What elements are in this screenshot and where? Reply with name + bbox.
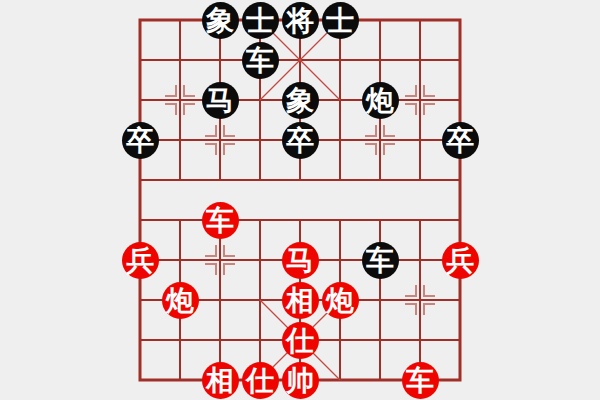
- intersection-2-6[interactable]: [200, 240, 240, 280]
- piece-black-soldier[interactable]: 卒: [442, 122, 479, 159]
- intersection-7-8[interactable]: [400, 320, 440, 360]
- intersection-6-1[interactable]: [360, 40, 400, 80]
- piece-red-horse[interactable]: 马: [282, 242, 319, 279]
- intersection-1-3[interactable]: [160, 120, 200, 160]
- intersection-5-6[interactable]: [320, 240, 360, 280]
- intersection-6-9[interactable]: [360, 360, 400, 400]
- intersection-3-7[interactable]: [240, 280, 280, 320]
- piece-black-general[interactable]: 将: [282, 2, 319, 39]
- intersection-7-6[interactable]: [400, 240, 440, 280]
- intersection-4-4[interactable]: [280, 160, 320, 200]
- piece-red-soldier[interactable]: 兵: [122, 242, 159, 279]
- intersection-1-5[interactable]: [160, 200, 200, 240]
- intersection-0-8[interactable]: [120, 320, 160, 360]
- intersection-4-5[interactable]: [280, 200, 320, 240]
- intersection-4-1[interactable]: [280, 40, 320, 80]
- intersection-6-7[interactable]: [360, 280, 400, 320]
- intersection-3-8[interactable]: [240, 320, 280, 360]
- intersection-0-1[interactable]: [120, 40, 160, 80]
- intersection-0-9[interactable]: [120, 360, 160, 400]
- intersection-7-3[interactable]: [400, 120, 440, 160]
- piece-red-chariot[interactable]: 车: [402, 362, 439, 399]
- piece-black-advisor[interactable]: 士: [242, 2, 279, 39]
- intersection-6-8[interactable]: [360, 320, 400, 360]
- piece-black-chariot[interactable]: 车: [362, 242, 399, 279]
- intersection-2-1[interactable]: [200, 40, 240, 80]
- intersection-8-8[interactable]: [440, 320, 480, 360]
- piece-red-advisor[interactable]: 仕: [242, 362, 279, 399]
- intersection-8-0[interactable]: [440, 0, 480, 40]
- intersection-1-2[interactable]: [160, 80, 200, 120]
- intersection-3-4[interactable]: [240, 160, 280, 200]
- intersection-5-2[interactable]: [320, 80, 360, 120]
- intersection-5-4[interactable]: [320, 160, 360, 200]
- piece-red-cannon[interactable]: 炮: [162, 282, 199, 319]
- intersection-1-4[interactable]: [160, 160, 200, 200]
- intersection-2-8[interactable]: [200, 320, 240, 360]
- intersection-5-5[interactable]: [320, 200, 360, 240]
- piece-red-general[interactable]: 帅: [282, 362, 319, 399]
- intersection-7-0[interactable]: [400, 0, 440, 40]
- piece-black-elephant[interactable]: 象: [202, 2, 239, 39]
- intersection-5-1[interactable]: [320, 40, 360, 80]
- intersection-6-4[interactable]: [360, 160, 400, 200]
- xiangqi-board: 象士将士车马象炮卒卒卒车兵马车兵炮相炮仕相仕帅车: [120, 0, 480, 400]
- intersection-8-9[interactable]: [440, 360, 480, 400]
- intersection-7-5[interactable]: [400, 200, 440, 240]
- intersection-0-0[interactable]: [120, 0, 160, 40]
- intersection-3-6[interactable]: [240, 240, 280, 280]
- intersection-7-1[interactable]: [400, 40, 440, 80]
- intersection-5-3[interactable]: [320, 120, 360, 160]
- intersection-8-1[interactable]: [440, 40, 480, 80]
- intersection-0-4[interactable]: [120, 160, 160, 200]
- piece-red-chariot[interactable]: 车: [202, 202, 239, 239]
- intersection-6-5[interactable]: [360, 200, 400, 240]
- intersection-1-8[interactable]: [160, 320, 200, 360]
- piece-black-elephant[interactable]: 象: [282, 82, 319, 119]
- xiangqi-app: 象士将士车马象炮卒卒卒车兵马车兵炮相炮仕相仕帅车: [0, 0, 600, 400]
- intersection-5-8[interactable]: [320, 320, 360, 360]
- piece-red-soldier[interactable]: 兵: [442, 242, 479, 279]
- intersection-8-4[interactable]: [440, 160, 480, 200]
- intersection-8-2[interactable]: [440, 80, 480, 120]
- intersection-1-6[interactable]: [160, 240, 200, 280]
- piece-red-elephant[interactable]: 相: [202, 362, 239, 399]
- piece-black-cannon[interactable]: 炮: [362, 82, 399, 119]
- piece-black-soldier[interactable]: 卒: [282, 122, 319, 159]
- intersection-1-0[interactable]: [160, 0, 200, 40]
- piece-red-elephant[interactable]: 相: [282, 282, 319, 319]
- intersection-1-9[interactable]: [160, 360, 200, 400]
- intersection-6-3[interactable]: [360, 120, 400, 160]
- intersection-8-7[interactable]: [440, 280, 480, 320]
- intersection-7-7[interactable]: [400, 280, 440, 320]
- intersection-2-3[interactable]: [200, 120, 240, 160]
- intersection-3-5[interactable]: [240, 200, 280, 240]
- intersection-2-4[interactable]: [200, 160, 240, 200]
- intersection-2-7[interactable]: [200, 280, 240, 320]
- intersection-7-2[interactable]: [400, 80, 440, 120]
- intersection-0-2[interactable]: [120, 80, 160, 120]
- piece-black-chariot[interactable]: 车: [242, 42, 279, 79]
- piece-red-cannon[interactable]: 炮: [322, 282, 359, 319]
- intersection-1-1[interactable]: [160, 40, 200, 80]
- intersection-3-3[interactable]: [240, 120, 280, 160]
- intersection-8-5[interactable]: [440, 200, 480, 240]
- piece-red-advisor[interactable]: 仕: [282, 322, 319, 359]
- intersection-0-7[interactable]: [120, 280, 160, 320]
- piece-black-horse[interactable]: 马: [202, 82, 239, 119]
- piece-black-advisor[interactable]: 士: [322, 2, 359, 39]
- intersection-5-9[interactable]: [320, 360, 360, 400]
- intersection-7-4[interactable]: [400, 160, 440, 200]
- piece-black-soldier[interactable]: 卒: [122, 122, 159, 159]
- intersection-3-2[interactable]: [240, 80, 280, 120]
- intersection-6-0[interactable]: [360, 0, 400, 40]
- intersection-0-5[interactable]: [120, 200, 160, 240]
